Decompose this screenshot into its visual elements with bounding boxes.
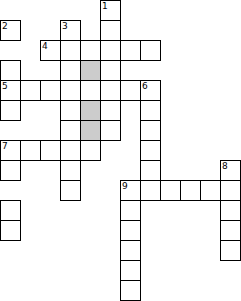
grid-cell[interactable] — [100, 80, 121, 101]
grid-cell[interactable] — [0, 200, 21, 221]
grid-cell[interactable] — [40, 80, 61, 101]
grid-cell[interactable] — [0, 160, 21, 181]
grid-cell-shaded[interactable] — [80, 100, 101, 121]
grid-cell[interactable] — [220, 200, 241, 221]
clue-number: 1 — [102, 1, 108, 11]
clue-number: 7 — [2, 141, 8, 151]
grid-cell[interactable] — [60, 60, 81, 81]
grid-cell[interactable]: 5 — [0, 80, 21, 101]
grid-cell[interactable] — [120, 40, 141, 61]
grid-cell[interactable]: 3 — [60, 20, 81, 41]
grid-cell[interactable]: 2 — [0, 20, 21, 41]
grid-cell[interactable]: 6 — [140, 80, 161, 101]
grid-cell[interactable] — [0, 60, 21, 81]
grid-cell[interactable] — [220, 240, 241, 261]
clue-number: 4 — [42, 41, 48, 51]
grid-cell[interactable] — [20, 140, 41, 161]
grid-cell[interactable] — [120, 280, 141, 301]
grid-cell[interactable] — [60, 100, 81, 121]
grid-cell[interactable] — [220, 180, 241, 201]
grid-cell[interactable]: 8 — [220, 160, 241, 181]
clue-number: 5 — [2, 81, 8, 91]
grid-cell[interactable] — [60, 80, 81, 101]
grid-cell-shaded[interactable] — [80, 120, 101, 141]
grid-cell[interactable] — [80, 140, 101, 161]
grid-cell[interactable] — [100, 100, 121, 121]
grid-cell[interactable]: 4 — [40, 40, 61, 61]
grid-cell[interactable] — [60, 180, 81, 201]
grid-cell[interactable] — [200, 180, 221, 201]
clue-number: 2 — [2, 21, 8, 31]
grid-cell[interactable] — [140, 180, 161, 201]
grid-cell[interactable] — [120, 260, 141, 281]
grid-cell[interactable] — [140, 140, 161, 161]
grid-cell[interactable] — [60, 40, 81, 61]
crossword-board: 123456789 — [0, 0, 241, 301]
grid-cell[interactable] — [120, 220, 141, 241]
grid-cell[interactable]: 9 — [120, 180, 141, 201]
grid-cell[interactable] — [80, 40, 101, 61]
grid-cell[interactable] — [100, 120, 121, 141]
grid-cell[interactable] — [60, 160, 81, 181]
clue-number: 8 — [222, 161, 228, 171]
grid-cell[interactable]: 1 — [100, 0, 121, 21]
clue-number: 3 — [62, 21, 68, 31]
grid-cell[interactable] — [60, 140, 81, 161]
grid-cell[interactable] — [60, 120, 81, 141]
clue-number: 6 — [142, 81, 148, 91]
grid-cell[interactable] — [100, 20, 121, 41]
grid-cell[interactable]: 7 — [0, 140, 21, 161]
grid-cell[interactable] — [120, 240, 141, 261]
grid-cell[interactable] — [0, 100, 21, 121]
grid-cell[interactable] — [220, 220, 241, 241]
clue-number: 9 — [122, 181, 128, 191]
grid-cell[interactable] — [160, 180, 181, 201]
grid-cell[interactable] — [80, 80, 101, 101]
grid-cell[interactable] — [180, 180, 201, 201]
grid-cell[interactable] — [40, 140, 61, 161]
grid-cell[interactable] — [140, 40, 161, 61]
grid-cell[interactable] — [20, 80, 41, 101]
grid-cell[interactable] — [140, 160, 161, 181]
grid-cell[interactable] — [120, 80, 141, 101]
grid-cell[interactable] — [100, 60, 121, 81]
grid-cell[interactable] — [120, 200, 141, 221]
grid-cell-shaded[interactable] — [80, 60, 101, 81]
grid-cell[interactable] — [100, 40, 121, 61]
grid-cell[interactable] — [140, 120, 161, 141]
grid-cell[interactable] — [0, 220, 21, 241]
grid-cell[interactable] — [140, 100, 161, 121]
